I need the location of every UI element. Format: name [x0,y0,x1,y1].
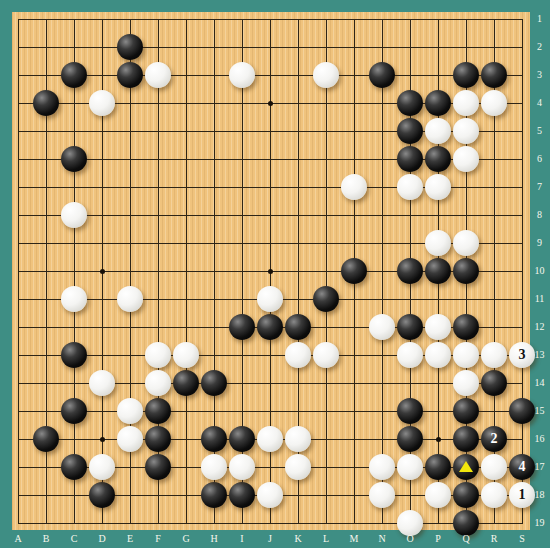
column-label: K [288,533,308,544]
stone-black[interactable] [61,454,87,480]
column-label: C [64,533,84,544]
stone-white[interactable] [257,482,283,508]
column-label: L [316,533,336,544]
stone-black[interactable] [453,454,479,480]
stone-white[interactable] [145,342,171,368]
stone-white[interactable] [285,342,311,368]
stone-black[interactable] [481,62,507,88]
column-label: B [36,533,56,544]
stone-black[interactable] [453,482,479,508]
go-board[interactable]: 2431 [12,12,530,530]
grid-line [18,523,523,524]
stone-white[interactable] [145,370,171,396]
row-label: 15 [531,405,548,417]
stone-black[interactable] [313,286,339,312]
row-label: 6 [531,153,548,165]
stone-white[interactable] [313,62,339,88]
stone-black[interactable] [33,90,59,116]
stone-white[interactable] [61,202,87,228]
stone-white[interactable] [285,454,311,480]
stone-black[interactable] [425,258,451,284]
stone-black[interactable] [453,62,479,88]
stone-black[interactable] [425,90,451,116]
stone-black[interactable] [229,482,255,508]
star-point [100,437,105,442]
stone-black[interactable] [453,258,479,284]
stone-black[interactable] [145,454,171,480]
stone-white[interactable] [369,482,395,508]
stone-white[interactable] [481,90,507,116]
stone-black[interactable] [397,314,423,340]
stone-white[interactable] [453,90,479,116]
stone-white[interactable] [89,370,115,396]
stone-white[interactable] [481,482,507,508]
stone-white[interactable] [117,286,143,312]
stone-white[interactable] [313,342,339,368]
column-label: P [428,533,448,544]
stone-black[interactable] [369,62,395,88]
stone-black[interactable] [257,314,283,340]
star-point [436,437,441,442]
stone-black[interactable] [397,398,423,424]
stone-white[interactable] [229,454,255,480]
stone-white[interactable] [425,118,451,144]
stone-black[interactable] [89,482,115,508]
stone-white[interactable] [453,230,479,256]
stone-black[interactable] [425,146,451,172]
column-label: S [512,533,532,544]
row-label: 19 [531,517,548,529]
row-label: 10 [531,265,548,277]
column-label: F [148,533,168,544]
stone-black[interactable] [61,342,87,368]
column-label: H [204,533,224,544]
column-label: J [260,533,280,544]
star-point [100,269,105,274]
stone-black[interactable] [425,454,451,480]
stone-white[interactable] [341,174,367,200]
stone-white[interactable] [369,314,395,340]
move-number-label: 2 [481,426,507,452]
stone-white[interactable] [425,482,451,508]
stone-white[interactable] [257,286,283,312]
stone-black[interactable] [397,118,423,144]
row-label: 2 [531,41,548,53]
stone-black[interactable] [145,426,171,452]
go-board-frame: 2431 ABCDEFGHIJKLMNOPQRS 123456789101112… [0,0,550,548]
stone-black[interactable] [397,258,423,284]
stone-white[interactable] [425,314,451,340]
row-label: 14 [531,377,548,389]
row-label: 9 [531,237,548,249]
row-label: 4 [531,97,548,109]
stone-black[interactable] [397,426,423,452]
column-label: N [372,533,392,544]
stone-white[interactable] [453,146,479,172]
star-point [268,269,273,274]
row-label: 8 [531,209,548,221]
grid-line [326,19,327,524]
stone-white[interactable] [397,454,423,480]
column-label: M [344,533,364,544]
stone-black[interactable] [117,62,143,88]
row-label: 1 [531,13,548,25]
stone-black[interactable] [397,146,423,172]
row-label: 16 [531,433,548,445]
stone-white[interactable] [229,62,255,88]
stone-black[interactable] [229,314,255,340]
grid-line [382,19,383,524]
column-label: G [176,533,196,544]
stone-white[interactable] [201,454,227,480]
stone-white[interactable] [117,426,143,452]
column-label: E [120,533,140,544]
stone-black[interactable] [61,62,87,88]
stone-white[interactable] [89,90,115,116]
stone-white[interactable] [61,286,87,312]
grid-line [522,19,523,524]
stone-black[interactable] [453,398,479,424]
stone-black[interactable] [173,370,199,396]
row-label: 7 [531,181,548,193]
stone-white[interactable] [173,342,199,368]
stone-black[interactable] [201,426,227,452]
column-label: O [400,533,420,544]
stone-white[interactable] [481,454,507,480]
stone-white[interactable] [481,342,507,368]
stone-white[interactable] [425,174,451,200]
row-label: 18 [531,489,548,501]
stone-white[interactable] [285,426,311,452]
stone-black[interactable] [453,314,479,340]
row-label: 12 [531,321,548,333]
column-label: Q [456,533,476,544]
column-label: A [8,533,28,544]
stone-white[interactable] [425,230,451,256]
stone-white[interactable] [397,342,423,368]
stone-black[interactable] [481,370,507,396]
stone-white[interactable] [257,426,283,452]
stone-black[interactable] [201,482,227,508]
stone-black[interactable]: 2 [481,426,507,452]
grid-line [18,411,523,412]
stone-black[interactable] [61,146,87,172]
stone-white[interactable] [397,174,423,200]
stone-white[interactable] [89,454,115,480]
row-label: 11 [531,293,548,305]
stone-white[interactable] [369,454,395,480]
row-label: 17 [531,461,548,473]
stone-black[interactable] [229,426,255,452]
stone-black[interactable] [61,398,87,424]
stone-black[interactable] [117,34,143,60]
stone-black[interactable] [33,426,59,452]
stone-white[interactable] [453,118,479,144]
column-label: I [232,533,252,544]
row-label: 13 [531,349,548,361]
stone-black[interactable] [145,398,171,424]
column-label: D [92,533,112,544]
stone-white[interactable] [145,62,171,88]
stone-white[interactable] [117,398,143,424]
stone-white[interactable] [425,342,451,368]
stone-black[interactable] [341,258,367,284]
column-label: R [484,533,504,544]
stone-white[interactable] [453,342,479,368]
stone-white[interactable] [453,370,479,396]
row-label: 3 [531,69,548,81]
stone-black[interactable] [453,426,479,452]
stone-black[interactable] [285,314,311,340]
row-label: 5 [531,125,548,137]
stone-black[interactable] [397,90,423,116]
stone-black[interactable] [201,370,227,396]
triangle-marker [459,461,473,472]
star-point [268,101,273,106]
